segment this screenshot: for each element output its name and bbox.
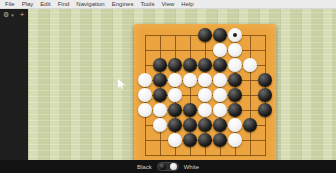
menu-item-view[interactable]: View xyxy=(161,0,174,9)
black-stone xyxy=(258,103,272,117)
menu-item-tools[interactable]: Tools xyxy=(140,0,154,9)
black-stone xyxy=(258,73,272,87)
white-stone xyxy=(213,73,227,87)
black-stone xyxy=(213,133,227,147)
black-stone xyxy=(153,73,167,87)
black-player-label: Black xyxy=(137,164,152,170)
white-stone xyxy=(213,88,227,102)
white-stone xyxy=(228,133,242,147)
black-stone xyxy=(198,118,212,132)
last-move-marker xyxy=(233,33,237,37)
white-stone xyxy=(228,118,242,132)
white-stone xyxy=(213,103,227,117)
bottom-bar: Black White xyxy=(0,160,336,173)
black-stone xyxy=(183,103,197,117)
add-engine-icon[interactable]: + xyxy=(20,11,25,19)
black-stone xyxy=(198,28,212,42)
white-stone xyxy=(168,73,182,87)
tatami-background xyxy=(28,9,336,160)
sabaki-window: FilePlayEditFindNavigationEnginesToolsVi… xyxy=(0,0,336,173)
white-stone xyxy=(153,118,167,132)
white-stone xyxy=(228,58,242,72)
black-stone xyxy=(168,118,182,132)
white-stone xyxy=(198,103,212,117)
player-toggle[interactable] xyxy=(157,162,179,171)
black-stone xyxy=(213,118,227,132)
menu-item-edit[interactable]: Edit xyxy=(40,0,50,9)
black-stone xyxy=(243,118,257,132)
menu-item-help[interactable]: Help xyxy=(181,0,193,9)
engines-sidebar-header: ⚙ ▾ + xyxy=(0,9,28,19)
engines-sidebar[interactable]: ⚙ ▾ + xyxy=(0,9,29,160)
white-stone xyxy=(213,43,227,57)
black-stone xyxy=(213,28,227,42)
black-stone-icon xyxy=(159,163,166,170)
white-stone xyxy=(138,103,152,117)
grid-hline xyxy=(145,155,266,156)
white-stone xyxy=(183,73,197,87)
white-stone xyxy=(228,28,242,42)
white-stone-icon xyxy=(170,163,177,170)
black-stone xyxy=(153,88,167,102)
black-stone xyxy=(258,88,272,102)
black-stone xyxy=(228,73,242,87)
black-stone xyxy=(183,58,197,72)
white-stone xyxy=(198,73,212,87)
go-board[interactable] xyxy=(134,24,276,166)
white-stone xyxy=(243,58,257,72)
grid-vline xyxy=(250,35,251,156)
white-stone xyxy=(168,133,182,147)
white-stone xyxy=(198,88,212,102)
white-stone xyxy=(138,73,152,87)
menu-item-file[interactable]: File xyxy=(5,0,15,9)
white-stone xyxy=(153,103,167,117)
white-stone xyxy=(228,43,242,57)
menu-item-engines[interactable]: Engines xyxy=(112,0,134,9)
white-player-label: White xyxy=(184,164,199,170)
gear-icon[interactable]: ⚙ xyxy=(3,11,9,19)
menu-item-navigation[interactable]: Navigation xyxy=(76,0,104,9)
black-stone xyxy=(198,58,212,72)
black-stone xyxy=(228,103,242,117)
black-stone xyxy=(183,133,197,147)
chevron-down-icon[interactable]: ▾ xyxy=(11,11,14,19)
black-stone xyxy=(153,58,167,72)
black-stone xyxy=(183,118,197,132)
white-stone xyxy=(138,88,152,102)
menu-item-play[interactable]: Play xyxy=(22,0,34,9)
white-stone xyxy=(168,88,182,102)
menu-bar: FilePlayEditFindNavigationEnginesToolsVi… xyxy=(0,0,336,9)
black-stone xyxy=(198,133,212,147)
black-stone xyxy=(213,58,227,72)
black-stone xyxy=(228,88,242,102)
menu-item-find[interactable]: Find xyxy=(58,0,70,9)
black-stone xyxy=(168,103,182,117)
black-stone xyxy=(168,58,182,72)
